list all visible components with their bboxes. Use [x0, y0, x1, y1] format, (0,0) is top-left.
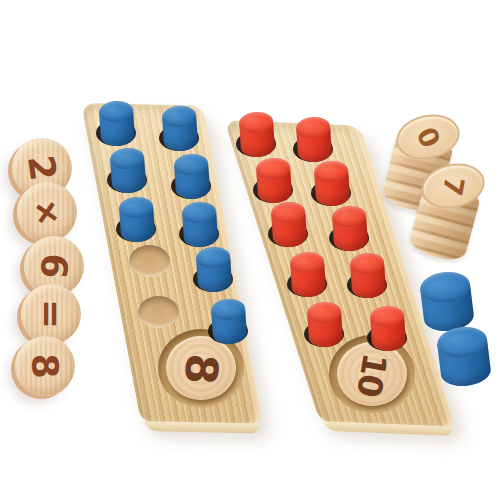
number-disc-8[interactable]: 8 [166, 336, 236, 400]
equation-tile-8[interactable]: 8 [15, 336, 75, 396]
empty-hole[interactable] [138, 296, 179, 328]
red-peg[interactable] [289, 251, 326, 299]
equation-tile-8-label: 8 [27, 353, 64, 379]
equation-tile-equals[interactable]: = [21, 284, 81, 344]
red-peg[interactable] [295, 116, 332, 164]
blue-peg[interactable] [195, 246, 232, 294]
equation-tile-plus[interactable]: + [17, 182, 77, 242]
equation-tile-equals-label: = [33, 299, 69, 329]
red-peg[interactable] [255, 157, 292, 205]
tile-stack-top-0-label: 0 [412, 123, 444, 151]
red-peg[interactable] [349, 252, 386, 300]
red-peg[interactable] [270, 201, 307, 249]
red-peg[interactable] [238, 111, 275, 159]
blue-peg[interactable] [161, 105, 198, 153]
tile-stack-top-7-label: 7 [438, 174, 468, 197]
red-peg[interactable] [331, 205, 368, 253]
blue-peg[interactable] [98, 100, 135, 148]
toy-scene: 8102+6=807 [0, 0, 500, 500]
equation-tile-2-label: 2 [22, 153, 61, 183]
equation-tile-plus-label: + [24, 189, 69, 236]
blue-peg[interactable] [109, 147, 146, 195]
red-peg[interactable] [313, 160, 350, 208]
blue-peg[interactable] [118, 196, 155, 244]
empty-hole[interactable] [129, 245, 170, 277]
red-peg[interactable] [369, 305, 406, 353]
equation-tile-6-label: 6 [35, 252, 73, 281]
red-peg[interactable] [306, 301, 343, 349]
blue-peg[interactable] [210, 298, 247, 346]
blue-peg-loose[interactable] [436, 324, 493, 390]
number-disc-10-label: 10 [352, 350, 392, 397]
number-disc-8-label: 8 [178, 352, 224, 384]
blue-peg[interactable] [181, 201, 218, 249]
blue-peg-loose[interactable] [419, 269, 476, 335]
blue-peg[interactable] [173, 153, 210, 201]
